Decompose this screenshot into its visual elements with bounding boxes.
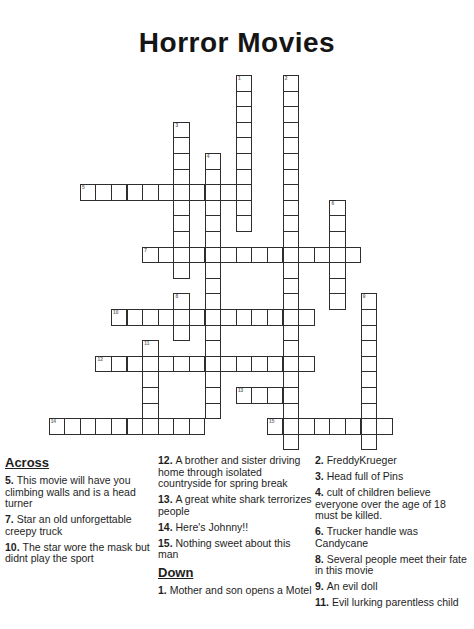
grid-cell[interactable]: [205, 278, 222, 295]
grid-cell[interactable]: 9: [361, 293, 378, 310]
grid-cell[interactable]: [267, 356, 284, 373]
clue-down-2: 2. FreddyKrueger: [315, 455, 471, 467]
grid-cell[interactable]: [189, 309, 206, 326]
clue-number: 14.: [158, 521, 176, 533]
grid-cell[interactable]: [95, 184, 112, 201]
grid-cell[interactable]: [205, 231, 222, 248]
grid-cell[interactable]: [158, 356, 175, 373]
grid-cell[interactable]: [205, 371, 222, 388]
grid-cell[interactable]: [205, 247, 222, 264]
clue-number: 12.: [158, 454, 176, 466]
grid-cell[interactable]: [345, 247, 362, 264]
grid-cell[interactable]: [267, 247, 284, 264]
grid-cell[interactable]: [236, 106, 253, 123]
grid-cell[interactable]: [158, 247, 175, 264]
grid-cell[interactable]: [283, 215, 300, 232]
clue-number: 2.: [315, 454, 327, 466]
clue-down-4: 4. cult of children believe everyone ove…: [315, 487, 471, 522]
cell-number: 4: [207, 154, 210, 159]
clue-column-2: 12. A brother and sister driving home th…: [158, 455, 312, 601]
grid-cell[interactable]: [298, 247, 315, 264]
grid-cell[interactable]: [329, 231, 346, 248]
grid-cell[interactable]: [236, 91, 253, 108]
grid-cell[interactable]: [205, 309, 222, 326]
cell-number: 15: [269, 419, 274, 424]
clue-down-1: 1. Mother and son opens a Motel: [158, 585, 312, 597]
cell-number: 7: [144, 248, 147, 253]
grid-cell[interactable]: [298, 418, 315, 435]
down-header: Down: [158, 565, 312, 580]
grid-cell[interactable]: [236, 184, 253, 201]
grid-cell[interactable]: [173, 356, 190, 373]
clue-down-3: 3. Head full of Pins: [315, 471, 471, 483]
clue-section: Across5. This movie will have you climbi…: [0, 455, 474, 629]
grid-cell[interactable]: [173, 137, 190, 154]
clue-number: 3.: [315, 470, 327, 482]
grid-cell[interactable]: [205, 184, 222, 201]
grid-cell[interactable]: [142, 184, 159, 201]
grid-cell[interactable]: [329, 247, 346, 264]
grid-cell[interactable]: [158, 184, 175, 201]
grid-cell[interactable]: [173, 231, 190, 248]
cell-number: 9: [363, 294, 366, 299]
grid-cell[interactable]: [173, 262, 190, 279]
grid-cell[interactable]: [314, 418, 331, 435]
grid-cell[interactable]: [329, 215, 346, 232]
cell-number: 1: [238, 76, 241, 81]
grid-cell[interactable]: [189, 184, 206, 201]
clue-down-9: 9. An evil doll: [315, 581, 471, 593]
clue-number: 7.: [5, 513, 17, 525]
grid-cell[interactable]: [283, 137, 300, 154]
clue-number: 4.: [315, 486, 327, 498]
clue-number: 13.: [158, 493, 176, 505]
grid-cell[interactable]: [111, 184, 128, 201]
clue-across-5: 5. This movie will have you climbing wal…: [5, 475, 155, 510]
grid-cell[interactable]: [283, 153, 300, 170]
grid-cell[interactable]: [173, 200, 190, 217]
grid-cell[interactable]: 6: [329, 200, 346, 217]
grid-cell[interactable]: [361, 403, 378, 420]
grid-cell[interactable]: [361, 418, 378, 435]
crossword-grid: 123456789101112131415: [49, 75, 394, 451]
grid-cell[interactable]: [283, 278, 300, 295]
clue-number: 10.: [5, 541, 23, 553]
grid-cell[interactable]: [142, 418, 159, 435]
grid-cell[interactable]: 4: [205, 153, 222, 170]
grid-cell[interactable]: 5: [80, 184, 97, 201]
grid-cell[interactable]: [142, 309, 159, 326]
clue-across-13: 13. A great white shark terrorizes peopl…: [158, 494, 312, 517]
grid-cell[interactable]: [173, 153, 190, 170]
grid-cell[interactable]: [283, 200, 300, 217]
cell-number: 11: [144, 341, 149, 346]
puzzle-title: Horror Movies: [0, 27, 474, 59]
grid-cell[interactable]: [158, 309, 175, 326]
cell-number: 10: [113, 310, 118, 315]
cell-number: 6: [331, 201, 334, 206]
grid-cell[interactable]: [283, 340, 300, 357]
grid-cell[interactable]: [189, 418, 206, 435]
grid-cell[interactable]: [127, 309, 144, 326]
grid-cell[interactable]: 12: [95, 356, 112, 373]
cell-number: 3: [175, 123, 178, 128]
clue-column-1: Across5. This movie will have you climbi…: [5, 455, 155, 569]
grid-cell[interactable]: 7: [142, 247, 159, 264]
clue-down-6: 6. Trucker handle was Candycane: [315, 526, 471, 549]
grid-cell[interactable]: [283, 371, 300, 388]
grid-cell[interactable]: [283, 91, 300, 108]
grid-cell[interactable]: [283, 231, 300, 248]
grid-cell[interactable]: 8: [173, 293, 190, 310]
cell-number: 8: [175, 294, 178, 299]
grid-cell[interactable]: [111, 418, 128, 435]
clue-number: 6.: [315, 525, 327, 537]
grid-cell[interactable]: [283, 169, 300, 186]
clue-across-10: 10. The star wore the mask but didnt pla…: [5, 542, 155, 565]
grid-cell[interactable]: [173, 418, 190, 435]
grid-cell[interactable]: [361, 356, 378, 373]
grid-cell[interactable]: [251, 247, 268, 264]
grid-cell[interactable]: [142, 371, 159, 388]
grid-cell[interactable]: [236, 122, 253, 139]
clue-column-3: 2. FreddyKrueger3. Head full of Pins4. c…: [315, 455, 471, 613]
grid-cell[interactable]: [376, 418, 393, 435]
grid-cell[interactable]: [283, 122, 300, 139]
clue-number: 8.: [315, 553, 327, 565]
cell-number: 5: [82, 185, 85, 190]
clue-number: 15.: [158, 537, 176, 549]
grid-cell[interactable]: [361, 371, 378, 388]
grid-cell[interactable]: [127, 356, 144, 373]
grid-cell[interactable]: [283, 184, 300, 201]
grid-cell[interactable]: [236, 200, 253, 217]
grid-cell[interactable]: [251, 387, 268, 404]
grid-cell[interactable]: [127, 184, 144, 201]
crossword-worksheet: Horror Movies 123456789101112131415 Acro…: [0, 0, 474, 629]
grid-cell[interactable]: [283, 247, 300, 264]
grid-cell[interactable]: [127, 418, 144, 435]
grid-cell[interactable]: [314, 247, 331, 264]
grid-cell[interactable]: [205, 262, 222, 279]
grid-cell[interactable]: [361, 340, 378, 357]
grid-cell[interactable]: [361, 434, 378, 451]
grid-cell[interactable]: [283, 293, 300, 310]
grid-cell[interactable]: [283, 325, 300, 342]
grid-cell[interactable]: [95, 418, 112, 435]
grid-cell[interactable]: 3: [173, 122, 190, 139]
grid-cell[interactable]: [283, 309, 300, 326]
grid-cell[interactable]: [283, 106, 300, 123]
grid-cell[interactable]: [283, 262, 300, 279]
grid-cell[interactable]: [283, 387, 300, 404]
grid-cell[interactable]: [251, 309, 268, 326]
grid-cell[interactable]: [142, 403, 159, 420]
grid-cell[interactable]: [251, 356, 268, 373]
cell-number: 13: [238, 388, 243, 393]
grid-cell[interactable]: [298, 309, 315, 326]
grid-cell[interactable]: 10: [111, 309, 128, 326]
grid-cell[interactable]: [236, 247, 253, 264]
clue-across-7: 7. Star an old unforgettable creepy truc…: [5, 514, 155, 537]
grid-cell[interactable]: [361, 309, 378, 326]
grid-cell[interactable]: [236, 356, 253, 373]
cell-number: 2: [285, 76, 288, 81]
grid-cell[interactable]: [173, 169, 190, 186]
grid-cell[interactable]: [283, 356, 300, 373]
grid-cell[interactable]: [267, 309, 284, 326]
grid-cell[interactable]: [80, 418, 97, 435]
grid-cell[interactable]: [361, 387, 378, 404]
clue-number: 11.: [315, 596, 332, 608]
grid-cell[interactable]: [236, 215, 253, 232]
grid-cell[interactable]: [205, 356, 222, 373]
grid-cell[interactable]: 2: [283, 75, 300, 92]
grid-cell[interactable]: [173, 184, 190, 201]
grid-cell[interactable]: [329, 293, 346, 310]
grid-cell[interactable]: [283, 403, 300, 420]
clue-number: 5.: [5, 474, 17, 486]
grid-cell[interactable]: [236, 309, 253, 326]
clue-across-15: 15. Nothing sweet about this man: [158, 538, 312, 561]
grid-cell[interactable]: [205, 403, 222, 420]
clue-across-12: 12. A brother and sister driving home th…: [158, 455, 312, 490]
grid-cell[interactable]: 1: [236, 75, 253, 92]
grid-cell[interactable]: [189, 356, 206, 373]
grid-cell[interactable]: [283, 418, 300, 435]
grid-cell[interactable]: [220, 309, 237, 326]
grid-cell[interactable]: [298, 356, 315, 373]
grid-cell[interactable]: [158, 418, 175, 435]
grid-cell[interactable]: [220, 356, 237, 373]
grid-cell[interactable]: [173, 215, 190, 232]
grid-cell[interactable]: [329, 418, 346, 435]
grid-cell[interactable]: [345, 418, 362, 435]
grid-cell[interactable]: [205, 215, 222, 232]
grid-cell[interactable]: [220, 247, 237, 264]
grid-cell[interactable]: [173, 309, 190, 326]
grid-cell[interactable]: [142, 387, 159, 404]
clue-number: 1.: [158, 584, 170, 596]
grid-cell[interactable]: [205, 340, 222, 357]
grid-cell[interactable]: 15: [267, 418, 284, 435]
grid-cell[interactable]: [236, 169, 253, 186]
grid-cell[interactable]: [173, 325, 190, 342]
cell-number: 14: [51, 419, 56, 424]
clue-down-11: 11. Evil lurking parentless child: [315, 597, 471, 609]
cell-number: 12: [97, 357, 102, 362]
grid-cell[interactable]: [220, 184, 237, 201]
grid-cell[interactable]: [205, 387, 222, 404]
grid-cell[interactable]: [64, 418, 81, 435]
clue-across-14: 14. Here's Johnny!!: [158, 522, 312, 534]
grid-cell[interactable]: [142, 356, 159, 373]
grid-cell[interactable]: [205, 325, 222, 342]
grid-cell[interactable]: 14: [49, 418, 66, 435]
grid-cell[interactable]: [329, 278, 346, 295]
grid-cell[interactable]: [111, 356, 128, 373]
grid-cell[interactable]: [267, 387, 284, 404]
grid-cell[interactable]: [173, 247, 190, 264]
grid-cell[interactable]: [205, 293, 222, 310]
grid-cell[interactable]: [236, 153, 253, 170]
grid-cell[interactable]: [329, 262, 346, 279]
clue-down-8: 8. Several people meet their fate in thi…: [315, 554, 471, 577]
grid-cell[interactable]: [189, 247, 206, 264]
grid-cell[interactable]: [205, 169, 222, 186]
grid-cell[interactable]: [283, 434, 300, 451]
across-header: Across: [5, 455, 155, 470]
grid-cell[interactable]: [205, 200, 222, 217]
grid-cell[interactable]: [361, 325, 378, 342]
clue-number: 9.: [315, 580, 327, 592]
grid-cell[interactable]: 11: [142, 340, 159, 357]
grid-cell[interactable]: 13: [236, 387, 253, 404]
grid-cell[interactable]: [236, 137, 253, 154]
